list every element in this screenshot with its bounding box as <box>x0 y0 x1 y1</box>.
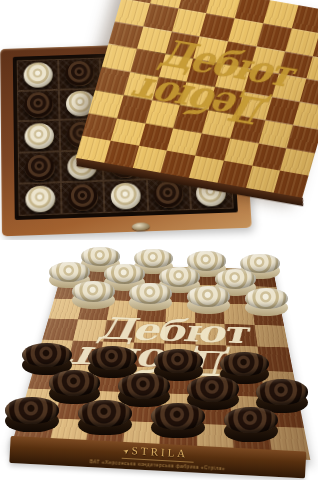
board-square <box>86 265 116 283</box>
box-lid: Дебют Дебют <box>75 0 318 199</box>
board-square <box>220 268 249 286</box>
product-photo: Дебют Дебют Дебют Дебют ➤ STRILA ВАТ «Хе… <box>0 0 318 480</box>
checker-piece-white <box>24 123 54 150</box>
tray-cell <box>61 181 105 214</box>
board-square <box>247 269 277 287</box>
tray-cell <box>17 89 60 121</box>
board-title-group: Дебют Дебют <box>30 314 296 390</box>
tray-cell <box>18 183 61 216</box>
board-square <box>196 394 232 424</box>
brand-name: STRILA <box>132 445 189 458</box>
board-title-rotated: Дебют <box>21 338 285 386</box>
tray-cell <box>17 120 60 153</box>
board-square <box>222 285 252 304</box>
game-board: Дебют Дебют <box>11 264 311 460</box>
checker-piece-dark <box>68 184 98 211</box>
checker-piece-dark <box>24 92 54 118</box>
board-square <box>60 264 91 281</box>
board-square <box>140 266 168 284</box>
board-square <box>249 286 280 305</box>
board-square <box>110 282 140 301</box>
board-square <box>166 284 194 303</box>
tray-cell <box>18 151 61 184</box>
board-square <box>55 390 95 420</box>
board-square <box>264 397 304 428</box>
checker-piece-dark <box>153 181 184 208</box>
clasp-icon <box>132 222 150 231</box>
board-square <box>113 265 142 283</box>
board-square <box>82 281 113 300</box>
board-square <box>90 391 128 421</box>
board-square <box>161 393 197 423</box>
board-square <box>125 392 162 422</box>
board-square <box>194 267 221 285</box>
checker-piece-dark <box>24 154 54 181</box>
checker-piece-white <box>25 186 55 213</box>
board-square <box>230 396 268 426</box>
tray-cell <box>17 59 59 91</box>
tray-cell <box>104 180 148 213</box>
board-setup-photo: Дебют Дебют ➤ STRILA ВАТ «Херсонська кон… <box>0 240 318 480</box>
board-square <box>167 267 194 285</box>
open-box-photo: Дебют Дебют <box>0 0 318 240</box>
checker-piece-white <box>110 183 141 210</box>
board-square <box>54 281 86 300</box>
piece-top <box>81 247 121 266</box>
board-square <box>194 284 223 303</box>
board-square <box>138 283 167 302</box>
checker-piece-white <box>23 62 52 88</box>
arrow-icon: ➤ <box>121 446 132 458</box>
